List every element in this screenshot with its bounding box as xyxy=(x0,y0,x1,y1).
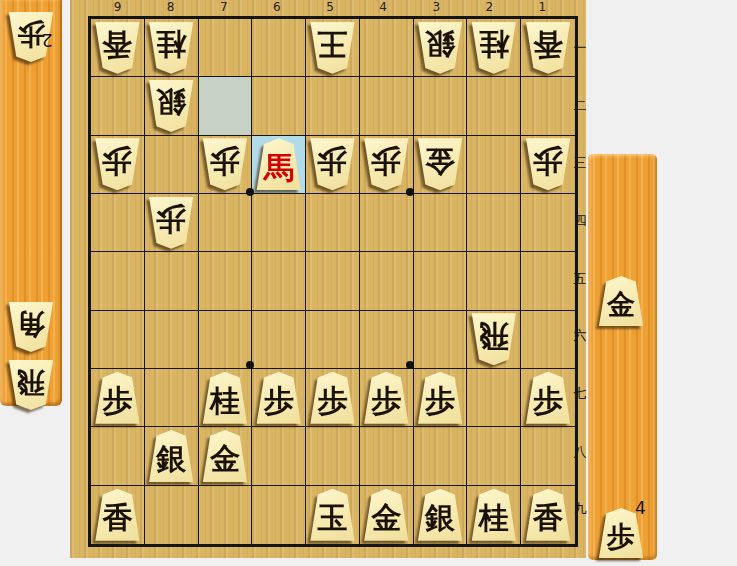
cell-31[interactable]: 銀 xyxy=(414,19,468,77)
piece-kanji: 銀 xyxy=(425,29,455,59)
piece-body: 歩 xyxy=(202,138,248,190)
piece-kanji: 歩 xyxy=(210,146,240,176)
piece-香-11[interactable]: 香 xyxy=(525,22,571,74)
piece-body: 歩 xyxy=(363,372,409,424)
cell-84[interactable]: 歩 xyxy=(145,194,199,252)
piece-body: 歩 xyxy=(309,372,355,424)
piece-kanji: 金 xyxy=(371,503,401,533)
cell-32[interactable] xyxy=(414,77,468,135)
cell-82[interactable]: 銀 xyxy=(145,77,199,135)
cell-93[interactable]: 歩 xyxy=(91,136,145,194)
piece-body: 玉 xyxy=(309,489,355,541)
piece-香-99[interactable]: 香 xyxy=(94,489,140,541)
cell-87[interactable] xyxy=(145,369,199,427)
piece-body: 歩 xyxy=(417,372,463,424)
piece-歩-43[interactable]: 歩 xyxy=(363,138,409,190)
hand-piece-飛-gote[interactable]: 飛 xyxy=(8,360,54,410)
piece-金-49[interactable]: 金 xyxy=(363,489,409,541)
piece-銀-88[interactable]: 銀 xyxy=(148,430,194,482)
piece-歩-47[interactable]: 歩 xyxy=(363,372,409,424)
shogi-board-panel: 987654321 一二三四五六七八九 香桂王銀桂香銀歩歩馬歩歩金歩歩飛歩桂歩歩… xyxy=(70,0,586,558)
piece-飛-26[interactable]: 飛 xyxy=(471,313,517,365)
piece-body: 歩 xyxy=(309,138,355,190)
piece-金-78[interactable]: 金 xyxy=(202,430,248,482)
piece-kanji: 金 xyxy=(425,146,455,176)
piece-kanji: 馬 xyxy=(264,153,294,183)
piece-kanji: 桂 xyxy=(479,503,509,533)
cell-98[interactable] xyxy=(91,427,145,485)
cell-79[interactable] xyxy=(199,486,253,544)
cell-99[interactable]: 香 xyxy=(91,486,145,544)
file-label-1: 1 xyxy=(516,0,569,16)
cell-25[interactable] xyxy=(467,252,521,310)
cell-92[interactable] xyxy=(91,77,145,135)
cell-56[interactable] xyxy=(306,311,360,369)
cell-24[interactable] xyxy=(467,194,521,252)
cell-28[interactable] xyxy=(467,427,521,485)
hand-count-gote-歩: 2 xyxy=(42,30,53,50)
file-label-5: 5 xyxy=(303,0,356,16)
cell-26[interactable]: 飛 xyxy=(467,311,521,369)
cell-39[interactable]: 銀 xyxy=(414,486,468,544)
piece-銀-82[interactable]: 銀 xyxy=(148,80,194,132)
cell-14[interactable] xyxy=(521,194,575,252)
cell-55[interactable] xyxy=(306,252,360,310)
piece-kanji: 歩 xyxy=(264,386,294,416)
piece-王-51[interactable]: 王 xyxy=(309,22,355,74)
piece-body: 金 xyxy=(417,138,463,190)
piece-kanji: 桂 xyxy=(479,29,509,59)
piece-kanji: 歩 xyxy=(533,386,563,416)
cell-41[interactable] xyxy=(360,19,414,77)
cell-38[interactable] xyxy=(414,427,468,485)
cell-22[interactable] xyxy=(467,77,521,135)
hand-piece-角-gote[interactable]: 角 xyxy=(8,302,54,352)
cell-53[interactable]: 歩 xyxy=(306,136,360,194)
cell-71[interactable] xyxy=(199,19,253,77)
board-grid: 香桂王銀桂香銀歩歩馬歩歩金歩歩飛歩桂歩歩歩歩歩銀金香玉金銀桂香 xyxy=(88,16,578,547)
piece-body: 銀 xyxy=(148,80,194,132)
piece-body: 銀 xyxy=(417,22,463,74)
piece-body: 金 xyxy=(363,489,409,541)
piece-kanji: 歩 xyxy=(156,204,186,234)
piece-kanji: 銀 xyxy=(425,503,455,533)
piece-金-33[interactable]: 金 xyxy=(417,138,463,190)
piece-kanji: 歩 xyxy=(533,146,563,176)
cell-77[interactable]: 桂 xyxy=(199,369,253,427)
piece-kanji: 飛 xyxy=(17,368,45,396)
cell-43[interactable]: 歩 xyxy=(360,136,414,194)
piece-kanji: 歩 xyxy=(607,523,635,551)
cell-27[interactable] xyxy=(467,369,521,427)
piece-body: 角 xyxy=(8,302,54,352)
cell-13[interactable]: 歩 xyxy=(521,136,575,194)
piece-桂-77[interactable]: 桂 xyxy=(202,372,248,424)
piece-body: 歩 xyxy=(256,372,302,424)
piece-kanji: 香 xyxy=(102,503,132,533)
piece-歩-17[interactable]: 歩 xyxy=(525,372,571,424)
piece-歩-93[interactable]: 歩 xyxy=(94,138,140,190)
gote-hand-stand: 歩2角飛 xyxy=(0,0,62,406)
cell-44[interactable] xyxy=(360,194,414,252)
piece-kanji: 歩 xyxy=(317,386,347,416)
cell-49[interactable]: 金 xyxy=(360,486,414,544)
cell-62[interactable] xyxy=(252,77,306,135)
cell-72[interactable] xyxy=(199,77,253,135)
piece-body: 飛 xyxy=(471,313,517,365)
cell-63[interactable]: 馬 xyxy=(252,136,306,194)
cell-23[interactable] xyxy=(467,136,521,194)
piece-玉-59[interactable]: 玉 xyxy=(309,489,355,541)
piece-kanji: 桂 xyxy=(156,29,186,59)
star-point-1 xyxy=(246,188,254,196)
cell-48[interactable] xyxy=(360,427,414,485)
piece-歩-53[interactable]: 歩 xyxy=(309,138,355,190)
piece-kanji: 香 xyxy=(533,29,563,59)
cell-91[interactable]: 香 xyxy=(91,19,145,77)
cell-95[interactable] xyxy=(91,252,145,310)
cell-88[interactable]: 銀 xyxy=(145,427,199,485)
hand-piece-金-sente[interactable]: 金 xyxy=(598,276,644,326)
piece-kanji: 歩 xyxy=(371,146,401,176)
cell-67[interactable]: 歩 xyxy=(252,369,306,427)
piece-body: 香 xyxy=(94,22,140,74)
cell-69[interactable] xyxy=(252,486,306,544)
piece-桂-29[interactable]: 桂 xyxy=(471,489,517,541)
cell-17[interactable]: 歩 xyxy=(521,369,575,427)
piece-歩-13[interactable]: 歩 xyxy=(525,138,571,190)
cell-15[interactable] xyxy=(521,252,575,310)
piece-kanji: 銀 xyxy=(156,87,186,117)
cell-52[interactable] xyxy=(306,77,360,135)
piece-桂-21[interactable]: 桂 xyxy=(471,22,517,74)
piece-body: 香 xyxy=(525,22,571,74)
piece-body: 銀 xyxy=(148,430,194,482)
piece-銀-31[interactable]: 銀 xyxy=(417,22,463,74)
cell-94[interactable] xyxy=(91,194,145,252)
piece-body: 歩 xyxy=(94,372,140,424)
cell-34[interactable] xyxy=(414,194,468,252)
cell-21[interactable]: 桂 xyxy=(467,19,521,77)
file-label-4: 4 xyxy=(357,0,410,16)
piece-body: 馬 xyxy=(256,138,302,190)
cell-68[interactable] xyxy=(252,427,306,485)
piece-桂-81[interactable]: 桂 xyxy=(148,22,194,74)
cell-83[interactable] xyxy=(145,136,199,194)
cell-58[interactable] xyxy=(306,427,360,485)
piece-kanji: 桂 xyxy=(210,386,240,416)
cell-11[interactable]: 香 xyxy=(521,19,575,77)
file-label-6: 6 xyxy=(250,0,303,16)
piece-kanji: 香 xyxy=(102,29,132,59)
piece-kanji: 歩 xyxy=(102,146,132,176)
piece-kanji: 香 xyxy=(533,503,563,533)
star-point-4 xyxy=(406,361,414,369)
cell-12[interactable] xyxy=(521,77,575,135)
cell-86[interactable] xyxy=(145,311,199,369)
piece-body: 桂 xyxy=(471,489,517,541)
cell-61[interactable] xyxy=(252,19,306,77)
piece-body: 桂 xyxy=(202,372,248,424)
piece-body: 飛 xyxy=(8,360,54,410)
cell-33[interactable]: 金 xyxy=(414,136,468,194)
file-coordinate-labels: 987654321 xyxy=(91,0,569,16)
cell-35[interactable] xyxy=(414,252,468,310)
piece-body: 歩 xyxy=(148,197,194,249)
piece-body: 香 xyxy=(94,489,140,541)
cell-81[interactable]: 桂 xyxy=(145,19,199,77)
shogi-app-page: 歩2角飛 987654321 一二三四五六七八九 香桂王銀桂香銀歩歩馬歩歩金歩歩… xyxy=(0,0,737,566)
piece-歩-57[interactable]: 歩 xyxy=(309,372,355,424)
cell-51[interactable]: 王 xyxy=(306,19,360,77)
file-label-3: 3 xyxy=(410,0,463,16)
piece-歩-37[interactable]: 歩 xyxy=(417,372,463,424)
piece-歩-67[interactable]: 歩 xyxy=(256,372,302,424)
cell-78[interactable]: 金 xyxy=(199,427,253,485)
piece-body: 歩 xyxy=(525,372,571,424)
piece-kanji: 歩 xyxy=(17,20,45,48)
cell-85[interactable] xyxy=(145,252,199,310)
piece-body: 金 xyxy=(202,430,248,482)
file-label-7: 7 xyxy=(197,0,250,16)
piece-kanji: 歩 xyxy=(102,386,132,416)
cell-73[interactable]: 歩 xyxy=(199,136,253,194)
piece-kanji: 玉 xyxy=(317,503,347,533)
star-point-3 xyxy=(246,361,254,369)
piece-kanji: 歩 xyxy=(371,386,401,416)
piece-kanji: 歩 xyxy=(317,146,347,176)
piece-body: 香 xyxy=(525,489,571,541)
piece-kanji: 金 xyxy=(210,444,240,474)
file-label-2: 2 xyxy=(463,0,516,16)
hand-count-sente-歩: 4 xyxy=(635,498,646,518)
cell-57[interactable]: 歩 xyxy=(306,369,360,427)
sente-hand-stand: 金歩4 xyxy=(588,154,657,560)
cell-29[interactable]: 桂 xyxy=(467,486,521,544)
cell-18[interactable] xyxy=(521,427,575,485)
cell-36[interactable] xyxy=(414,311,468,369)
piece-body: 王 xyxy=(309,22,355,74)
piece-歩-84[interactable]: 歩 xyxy=(148,197,194,249)
piece-body: 桂 xyxy=(471,22,517,74)
file-label-8: 8 xyxy=(144,0,197,16)
cell-97[interactable]: 歩 xyxy=(91,369,145,427)
piece-body: 歩 xyxy=(525,138,571,190)
cell-46[interactable] xyxy=(360,311,414,369)
piece-馬-63[interactable]: 馬 xyxy=(256,138,302,190)
piece-kanji: 飛 xyxy=(479,321,509,351)
piece-香-19[interactable]: 香 xyxy=(525,489,571,541)
cell-45[interactable] xyxy=(360,252,414,310)
piece-kanji: 銀 xyxy=(156,444,186,474)
cell-75[interactable] xyxy=(199,252,253,310)
cell-37[interactable]: 歩 xyxy=(414,369,468,427)
piece-kanji: 金 xyxy=(607,291,635,319)
cell-96[interactable] xyxy=(91,311,145,369)
piece-kanji: 王 xyxy=(317,29,347,59)
cell-54[interactable] xyxy=(306,194,360,252)
cell-89[interactable] xyxy=(145,486,199,544)
file-label-9: 9 xyxy=(91,0,144,16)
cell-65[interactable] xyxy=(252,252,306,310)
star-point-2 xyxy=(406,188,414,196)
piece-body: 銀 xyxy=(417,489,463,541)
piece-body: 桂 xyxy=(148,22,194,74)
piece-kanji: 歩 xyxy=(425,386,455,416)
piece-歩-97[interactable]: 歩 xyxy=(94,372,140,424)
cell-66[interactable] xyxy=(252,311,306,369)
piece-歩-73[interactable]: 歩 xyxy=(202,138,248,190)
cell-47[interactable]: 歩 xyxy=(360,369,414,427)
cell-76[interactable] xyxy=(199,311,253,369)
piece-香-91[interactable]: 香 xyxy=(94,22,140,74)
cell-42[interactable] xyxy=(360,77,414,135)
cell-19[interactable]: 香 xyxy=(521,486,575,544)
cell-16[interactable] xyxy=(521,311,575,369)
cell-59[interactable]: 玉 xyxy=(306,486,360,544)
piece-body: 歩 xyxy=(94,138,140,190)
piece-body: 金 xyxy=(598,276,644,326)
cell-74[interactable] xyxy=(199,194,253,252)
piece-body: 歩 xyxy=(363,138,409,190)
cell-64[interactable] xyxy=(252,194,306,252)
piece-kanji: 角 xyxy=(17,310,45,338)
piece-銀-39[interactable]: 銀 xyxy=(417,489,463,541)
